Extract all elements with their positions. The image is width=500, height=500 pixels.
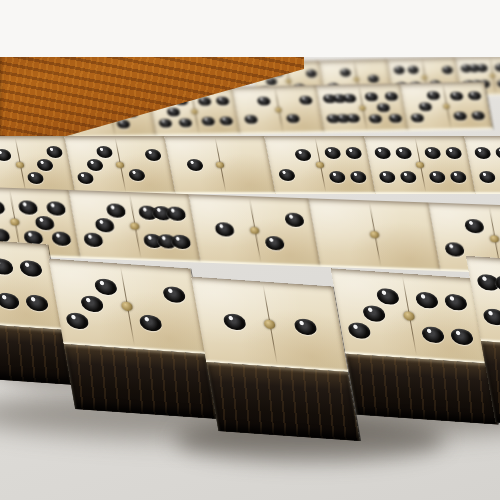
pip — [388, 113, 403, 122]
pip — [19, 260, 44, 278]
domino-face — [64, 136, 175, 194]
pip — [441, 66, 453, 74]
domino-tile — [191, 277, 360, 441]
pip — [278, 169, 296, 181]
pip — [323, 147, 341, 159]
pip — [139, 314, 164, 332]
pip — [45, 201, 66, 216]
pip — [219, 116, 234, 125]
pip — [0, 149, 12, 161]
pip — [464, 218, 485, 233]
ebony-base — [64, 344, 217, 419]
brass-spinner — [215, 162, 224, 168]
pip — [0, 292, 20, 310]
pip — [25, 294, 50, 312]
dominoes-photo — [0, 0, 500, 500]
pip — [410, 113, 425, 122]
pip — [420, 326, 445, 344]
pip — [128, 169, 146, 181]
domino-tile — [0, 136, 76, 194]
pip — [361, 305, 386, 323]
pip — [243, 114, 258, 123]
brass-spinner — [359, 106, 366, 111]
pip — [50, 231, 71, 246]
pip — [384, 92, 399, 101]
domino-face — [316, 83, 409, 133]
brass-spinner — [286, 79, 292, 83]
pip — [34, 216, 55, 231]
pip — [82, 232, 103, 247]
domino-tile — [64, 136, 175, 194]
pip — [198, 97, 213, 106]
pip — [257, 97, 272, 106]
domino-tile — [316, 83, 409, 133]
pip — [367, 75, 379, 83]
pip — [95, 146, 113, 158]
pip — [450, 92, 465, 101]
pip — [94, 218, 115, 233]
pip — [342, 94, 357, 103]
domino-face — [232, 85, 325, 135]
domino-tile — [164, 136, 275, 194]
pip — [399, 171, 417, 183]
domino-tile — [364, 136, 475, 194]
domino-face — [364, 136, 475, 194]
pip — [444, 242, 465, 257]
pip — [161, 286, 186, 304]
pip — [201, 116, 216, 125]
pip — [365, 93, 380, 102]
pip — [26, 172, 44, 184]
domino-face — [309, 198, 441, 271]
pip — [215, 97, 230, 106]
pip — [328, 171, 346, 183]
domino-tile — [69, 190, 201, 263]
pip — [467, 91, 482, 100]
pip — [450, 328, 475, 346]
pip — [473, 147, 491, 159]
brass-spinner — [490, 74, 496, 78]
domino-face — [0, 136, 76, 194]
brass-spinner — [422, 75, 428, 79]
pip — [378, 171, 396, 183]
pip — [166, 107, 181, 116]
pip — [222, 313, 247, 331]
domino-face — [191, 277, 348, 372]
pip — [349, 171, 367, 183]
brass-spinner — [191, 109, 198, 114]
domino-face — [69, 190, 201, 263]
pip — [214, 222, 235, 237]
brass-spinner — [443, 104, 450, 109]
pip — [393, 66, 405, 74]
brass-spinner — [315, 162, 324, 168]
pip — [348, 322, 373, 340]
domino-face — [189, 194, 321, 267]
pip — [106, 203, 127, 218]
pip — [66, 313, 91, 331]
pip — [144, 149, 162, 161]
ebony-base — [346, 354, 498, 425]
pip — [428, 171, 446, 183]
domino-tile — [309, 198, 441, 271]
pip — [368, 114, 383, 123]
pip — [494, 63, 500, 71]
pip — [444, 294, 469, 312]
pip — [18, 200, 39, 215]
pip — [496, 79, 500, 87]
brass-spinner — [15, 162, 24, 168]
pip — [376, 103, 391, 112]
domino-face — [49, 259, 206, 354]
pip — [293, 318, 318, 336]
domino-tile — [264, 136, 375, 194]
pip — [79, 295, 104, 313]
pip — [418, 102, 433, 111]
pip — [0, 258, 14, 276]
pip — [407, 66, 419, 74]
domino-tile — [232, 85, 325, 135]
pip — [0, 228, 11, 243]
pip — [449, 171, 467, 183]
pip — [444, 147, 462, 159]
pip — [285, 114, 300, 123]
background-top — [0, 0, 500, 57]
pip — [423, 147, 441, 159]
domino-row-3 — [0, 136, 500, 194]
pip — [299, 96, 314, 105]
pip — [93, 277, 118, 295]
pip — [414, 291, 439, 309]
pip — [478, 171, 496, 183]
pip — [476, 64, 488, 72]
pip — [339, 68, 351, 76]
pip — [186, 159, 204, 171]
pip — [471, 111, 486, 120]
pip — [45, 146, 63, 158]
brass-spinner — [275, 107, 282, 112]
pip — [346, 113, 361, 122]
brass-spinner — [354, 77, 360, 81]
brass-spinner — [415, 162, 424, 168]
pip — [453, 111, 468, 120]
pip — [344, 147, 362, 159]
domino-face — [331, 268, 488, 363]
brass-spinner — [115, 162, 124, 168]
pip — [375, 287, 400, 305]
pip — [36, 159, 54, 171]
pip — [76, 172, 94, 184]
pip — [158, 118, 173, 127]
domino-face — [264, 136, 375, 194]
domino-tile — [189, 194, 321, 267]
pip — [482, 308, 500, 326]
domino-face — [164, 136, 275, 194]
pip — [394, 147, 412, 159]
domino-face — [400, 82, 493, 132]
pip — [426, 91, 441, 100]
pip — [494, 147, 500, 159]
pip — [178, 118, 193, 127]
pip — [264, 236, 285, 251]
ebony-base — [206, 362, 360, 441]
pip — [86, 159, 104, 171]
pip — [284, 212, 305, 227]
pip — [305, 69, 317, 77]
domino-tile — [400, 82, 493, 132]
pip — [0, 200, 6, 215]
pip — [294, 149, 312, 161]
pip — [373, 147, 391, 159]
